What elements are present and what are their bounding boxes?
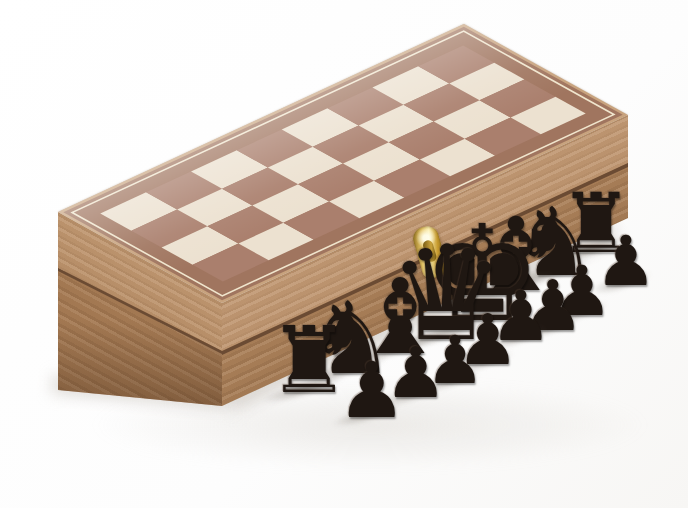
black-pawn-piece: ♟ — [334, 352, 411, 429]
chess-set-product-photo: ♜♞♟♝♟♚♟♛♟♝♟♞♟♜♟♟ — [0, 0, 688, 508]
